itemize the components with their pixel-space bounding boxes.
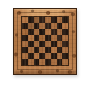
square-d5[interactable] xyxy=(39,35,45,41)
square-b5[interactable] xyxy=(28,35,34,41)
square-h1[interactable] xyxy=(62,59,68,65)
square-f3[interactable] xyxy=(51,47,57,53)
photo-background xyxy=(0,0,90,90)
square-h7[interactable] xyxy=(62,23,68,29)
square-h4[interactable] xyxy=(62,41,68,47)
square-c1[interactable] xyxy=(34,59,40,65)
board-grid xyxy=(21,16,69,66)
square-b7[interactable] xyxy=(28,23,34,29)
chess-board xyxy=(13,8,77,75)
